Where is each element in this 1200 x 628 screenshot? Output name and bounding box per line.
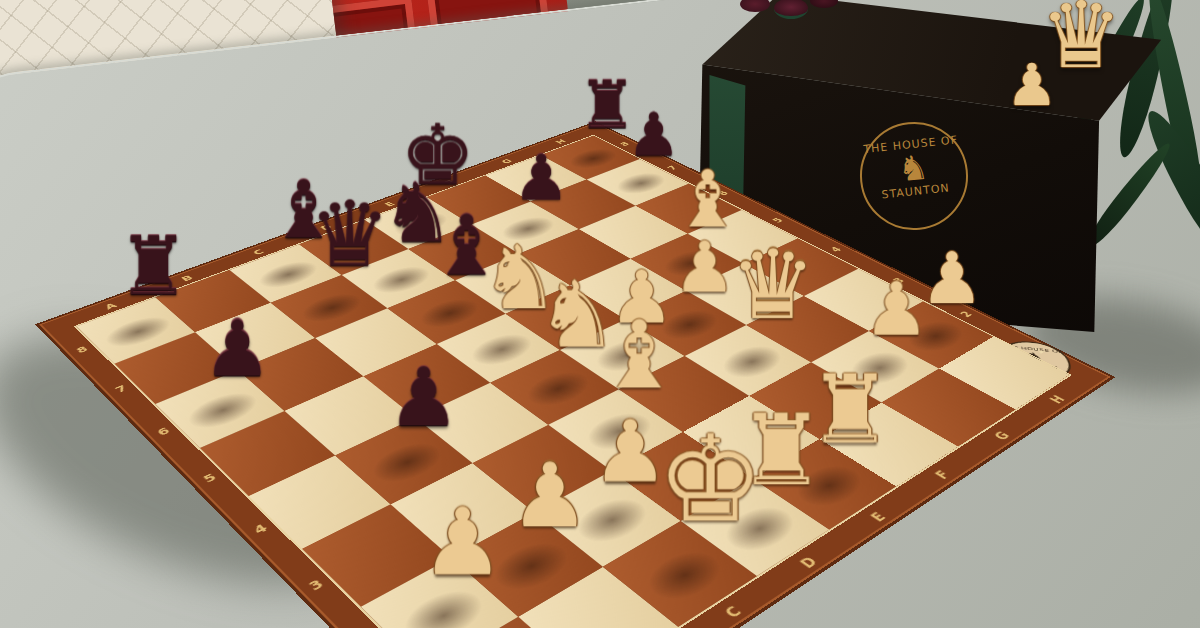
display-white-pawn: ♟	[1006, 56, 1058, 114]
white-king-c1[interactable]: ♚	[657, 423, 764, 537]
black-rook-a8[interactable]: ♜	[117, 228, 189, 305]
black-pawn-a6[interactable]: ♟	[203, 312, 272, 385]
white-pawn-g2[interactable]: ♟	[863, 274, 929, 344]
white-pawn-b2[interactable]: ♟	[510, 453, 590, 537]
black-pawn-b4[interactable]: ♟	[387, 359, 460, 436]
piece-shadow	[97, 311, 180, 354]
piece-shadow	[292, 288, 371, 328]
white-queen-f3[interactable]: ♛	[730, 239, 816, 330]
scene: THE HOUSE OF ♞ STAUNTON ♛ ♟ ABCDEFGH ABC…	[0, 0, 1200, 628]
black-pawn-f7[interactable]: ♟	[513, 148, 569, 208]
piece-shadow	[634, 542, 735, 610]
white-pawn-h2[interactable]: ♟	[920, 245, 984, 313]
white-pawn-a2[interactable]: ♟	[421, 498, 504, 586]
white-pawn-f4[interactable]: ♟	[673, 234, 736, 301]
white-bishop-d3[interactable]: ♝	[597, 311, 681, 400]
piece-shadow	[607, 168, 674, 198]
black-queen-c7[interactable]: ♛	[309, 192, 390, 278]
